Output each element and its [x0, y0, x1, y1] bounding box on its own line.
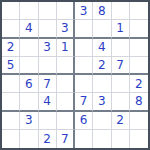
- cell-r8c3[interactable]: 2: [39, 130, 57, 148]
- cell-r2c6[interactable]: [93, 20, 111, 38]
- cell-r7c2[interactable]: 3: [20, 112, 38, 130]
- cell-r3c4[interactable]: 1: [57, 39, 75, 57]
- cell-r8c4[interactable]: 7: [57, 130, 75, 148]
- cell-r1c8[interactable]: [130, 2, 148, 20]
- cell-r7c3[interactable]: [39, 112, 57, 130]
- cell-r7c5[interactable]: 6: [75, 112, 93, 130]
- cell-r1c5[interactable]: 3: [75, 2, 93, 20]
- cell-r3c5[interactable]: [75, 39, 93, 57]
- cell-r4c6[interactable]: 2: [93, 57, 111, 75]
- cell-r2c5[interactable]: [75, 20, 93, 38]
- cell-r8c6[interactable]: [93, 130, 111, 148]
- cell-r8c7[interactable]: [112, 130, 130, 148]
- cell-r2c4[interactable]: 3: [57, 20, 75, 38]
- cell-r5c2[interactable]: 6: [20, 75, 38, 93]
- cell-r8c8[interactable]: [130, 130, 148, 148]
- cell-r6c7[interactable]: [112, 93, 130, 111]
- cell-r5c3[interactable]: 7: [39, 75, 57, 93]
- cell-r3c8[interactable]: [130, 39, 148, 57]
- cell-r1c3[interactable]: [39, 2, 57, 20]
- cell-r5c4[interactable]: [57, 75, 75, 93]
- cell-r3c7[interactable]: [112, 39, 130, 57]
- cell-r4c2[interactable]: [20, 57, 38, 75]
- cell-r4c3[interactable]: [39, 57, 57, 75]
- cell-r6c4[interactable]: [57, 93, 75, 111]
- cell-r8c2[interactable]: [20, 130, 38, 148]
- cell-r5c7[interactable]: [112, 75, 130, 93]
- cell-r5c8[interactable]: 2: [130, 75, 148, 93]
- cell-r2c8[interactable]: [130, 20, 148, 38]
- cell-r5c5[interactable]: [75, 75, 93, 93]
- cell-r1c1[interactable]: [2, 2, 20, 20]
- cell-r1c6[interactable]: 8: [93, 2, 111, 20]
- cell-r6c1[interactable]: [2, 93, 20, 111]
- cell-r1c4[interactable]: [57, 2, 75, 20]
- cell-r7c7[interactable]: 2: [112, 112, 130, 130]
- cell-r2c7[interactable]: 1: [112, 20, 130, 38]
- cell-r3c6[interactable]: 4: [93, 39, 111, 57]
- cell-r3c1[interactable]: 2: [2, 39, 20, 57]
- cell-r1c2[interactable]: [20, 2, 38, 20]
- cell-r1c7[interactable]: [112, 2, 130, 20]
- cell-r7c6[interactable]: [93, 112, 111, 130]
- cell-r2c3[interactable]: [39, 20, 57, 38]
- cell-r6c2[interactable]: [20, 93, 38, 111]
- cell-r4c4[interactable]: [57, 57, 75, 75]
- cell-r6c3[interactable]: 4: [39, 93, 57, 111]
- cell-r5c1[interactable]: [2, 75, 20, 93]
- cell-r4c1[interactable]: 5: [2, 57, 20, 75]
- cell-r8c5[interactable]: [75, 130, 93, 148]
- cell-r2c2[interactable]: 4: [20, 20, 38, 38]
- cell-r4c8[interactable]: [130, 57, 148, 75]
- sudoku-board: 384312314527672473836227: [0, 0, 150, 150]
- cell-r7c1[interactable]: [2, 112, 20, 130]
- cell-r4c7[interactable]: 7: [112, 57, 130, 75]
- cell-r7c8[interactable]: [130, 112, 148, 130]
- cell-r3c2[interactable]: [20, 39, 38, 57]
- cell-r6c6[interactable]: 3: [93, 93, 111, 111]
- cell-r7c4[interactable]: [57, 112, 75, 130]
- cell-r4c5[interactable]: [75, 57, 93, 75]
- cell-r6c5[interactable]: 7: [75, 93, 93, 111]
- cell-r8c1[interactable]: [2, 130, 20, 148]
- cell-r3c3[interactable]: 3: [39, 39, 57, 57]
- cell-r6c8[interactable]: 8: [130, 93, 148, 111]
- cell-r5c6[interactable]: [93, 75, 111, 93]
- cell-r2c1[interactable]: [2, 20, 20, 38]
